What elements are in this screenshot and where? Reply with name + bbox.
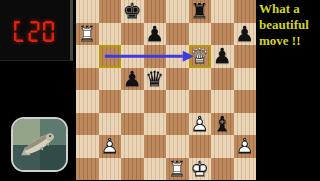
square-a6[interactable] xyxy=(76,45,99,68)
black-king: ♚ xyxy=(121,0,144,23)
square-h1[interactable] xyxy=(234,158,257,181)
black-bishop: ♝ xyxy=(211,113,234,136)
clock-display xyxy=(14,21,54,42)
square-d2[interactable] xyxy=(144,135,167,158)
square-h7[interactable]: ♟ xyxy=(234,23,257,46)
square-d6[interactable] xyxy=(144,45,167,68)
square-g5[interactable] xyxy=(211,68,234,91)
white-king: ♚♔ xyxy=(189,158,212,181)
square-a2[interactable] xyxy=(76,135,99,158)
square-h3[interactable] xyxy=(234,113,257,136)
caption-line-3: move !! xyxy=(259,33,319,49)
square-f6[interactable]: ♛♕ xyxy=(189,45,212,68)
square-g1[interactable] xyxy=(211,158,234,181)
square-b2[interactable]: ♟♙ xyxy=(99,135,122,158)
fish-avatar-image xyxy=(13,119,66,170)
white-rook: ♜♖ xyxy=(166,158,189,181)
white-pawn: ♟♙ xyxy=(189,113,212,136)
square-a5[interactable] xyxy=(76,68,99,91)
square-d1[interactable] xyxy=(144,158,167,181)
square-e3[interactable] xyxy=(166,113,189,136)
caption-text: What a beautiful move !! xyxy=(259,1,319,49)
white-pawn: ♟♙ xyxy=(99,135,122,158)
square-h4[interactable] xyxy=(234,90,257,113)
square-h5[interactable] xyxy=(234,68,257,91)
square-f2[interactable] xyxy=(189,135,212,158)
square-d4[interactable] xyxy=(144,90,167,113)
square-c7[interactable] xyxy=(121,23,144,46)
left-panel xyxy=(0,0,76,180)
square-e1[interactable]: ♜♖ xyxy=(166,158,189,181)
square-f7[interactable] xyxy=(189,23,212,46)
square-b8[interactable] xyxy=(99,0,122,23)
thumbnail-stage: ♚♜♜♖♟♟♛♕♟♟♛♟♙♝♟♙♟♙♜♖♚♔ What a beautiful … xyxy=(0,0,320,180)
square-e4[interactable] xyxy=(166,90,189,113)
square-b3[interactable] xyxy=(99,113,122,136)
square-b4[interactable] xyxy=(99,90,122,113)
white-pawn: ♟♙ xyxy=(234,135,257,158)
square-a1[interactable] xyxy=(76,158,99,181)
square-g8[interactable] xyxy=(211,0,234,23)
square-c4[interactable] xyxy=(121,90,144,113)
black-pawn: ♟ xyxy=(121,68,144,91)
caption-line-2: beautiful xyxy=(259,17,319,33)
square-e6[interactable] xyxy=(166,45,189,68)
square-a7[interactable]: ♜♖ xyxy=(76,23,99,46)
square-g3[interactable]: ♝ xyxy=(211,113,234,136)
square-h8[interactable] xyxy=(234,0,257,23)
square-f4[interactable] xyxy=(189,90,212,113)
square-d3[interactable] xyxy=(144,113,167,136)
square-f1[interactable]: ♚♔ xyxy=(189,158,212,181)
square-b1[interactable] xyxy=(99,158,122,181)
square-g4[interactable] xyxy=(211,90,234,113)
square-e7[interactable] xyxy=(166,23,189,46)
square-f5[interactable] xyxy=(189,68,212,91)
square-c5[interactable]: ♟ xyxy=(121,68,144,91)
square-h2[interactable]: ♟♙ xyxy=(234,135,257,158)
square-a3[interactable] xyxy=(76,113,99,136)
chess-board: ♚♜♜♖♟♟♛♕♟♟♛♟♙♝♟♙♟♙♜♖♚♔ xyxy=(76,0,256,180)
square-d5[interactable]: ♛ xyxy=(144,68,167,91)
square-e5[interactable] xyxy=(166,68,189,91)
square-d8[interactable] xyxy=(144,0,167,23)
square-h6[interactable] xyxy=(234,45,257,68)
square-f8[interactable]: ♜ xyxy=(189,0,212,23)
caption-line-1: What a xyxy=(259,1,319,17)
white-queen: ♛♕ xyxy=(189,45,212,68)
square-g6[interactable]: ♟ xyxy=(211,45,234,68)
square-b5[interactable] xyxy=(99,68,122,91)
black-queen: ♛ xyxy=(144,68,167,91)
player-avatar xyxy=(13,119,66,170)
black-pawn: ♟ xyxy=(211,45,234,68)
black-pawn: ♟ xyxy=(144,23,167,46)
square-b6[interactable] xyxy=(99,45,122,68)
square-e8[interactable] xyxy=(166,0,189,23)
square-f3[interactable]: ♟♙ xyxy=(189,113,212,136)
square-g7[interactable] xyxy=(211,23,234,46)
square-c8[interactable]: ♚ xyxy=(121,0,144,23)
square-c3[interactable] xyxy=(121,113,144,136)
square-b7[interactable] xyxy=(99,23,122,46)
square-c2[interactable] xyxy=(121,135,144,158)
square-a8[interactable] xyxy=(76,0,99,23)
square-a4[interactable] xyxy=(76,90,99,113)
square-g2[interactable] xyxy=(211,135,234,158)
square-e2[interactable] xyxy=(166,135,189,158)
black-rook: ♜ xyxy=(189,0,212,23)
square-d7[interactable]: ♟ xyxy=(144,23,167,46)
chess-clock xyxy=(0,0,73,61)
square-c1[interactable] xyxy=(121,158,144,181)
square-c6[interactable] xyxy=(121,45,144,68)
white-rook: ♜♖ xyxy=(76,23,99,46)
black-pawn: ♟ xyxy=(234,23,257,46)
